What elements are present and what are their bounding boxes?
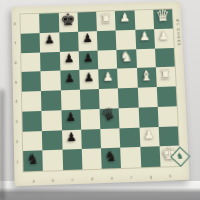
file-label-b: b [43,177,63,183]
square-h5[interactable]: ♜ [156,67,176,87]
board-grid: ♚♜♟♛♟♟♟♟♟♟♞♟♟♟♝♜♟♛♟♟♞♞♚ [20,9,179,171]
file-label-f: f [122,175,142,181]
square-d1[interactable] [82,149,102,170]
black-pawn[interactable]: ♟ [83,52,94,64]
black-queen[interactable]: ♛ [99,105,119,126]
square-g5[interactable]: ♝ [137,68,157,88]
square-f5[interactable] [117,68,137,88]
rank-label-3: 3 [15,112,18,132]
file-label-h: h [161,173,181,179]
square-b1[interactable] [43,150,63,171]
square-f6[interactable]: ♞ [117,49,137,69]
square-a1[interactable]: ♞ [23,151,43,172]
square-g2[interactable]: ♟ [139,127,159,148]
rank-label-5: 5 [15,72,18,92]
square-f7[interactable] [116,30,136,50]
square-h3[interactable] [157,106,177,126]
square-g4[interactable] [137,87,157,107]
black-knight[interactable]: ♞ [104,148,117,163]
square-h6[interactable] [155,47,175,67]
square-e2[interactable] [100,128,120,149]
white-pawn[interactable]: ♟ [143,128,154,141]
square-d2[interactable] [81,129,101,150]
white-rook[interactable]: ♜ [159,68,171,81]
square-a7[interactable] [21,33,40,53]
black-pawn[interactable]: ♟ [64,52,75,64]
white-queen[interactable]: ♛ [155,9,170,25]
square-b8[interactable] [39,13,58,33]
square-g7[interactable]: ♟ [135,29,155,49]
square-c3[interactable]: ♟ [61,109,81,130]
square-d3[interactable] [80,109,100,130]
square-d4[interactable] [80,89,100,109]
square-d6[interactable]: ♟ [78,50,98,70]
black-king[interactable]: ♚ [60,11,76,28]
square-h8[interactable]: ♛ [153,9,173,29]
square-f4[interactable] [118,88,138,108]
square-d8[interactable] [77,12,97,32]
square-b7[interactable]: ♟ [40,32,60,52]
square-e1[interactable]: ♞ [101,148,121,169]
square-f3[interactable] [119,107,139,128]
square-b6[interactable] [40,51,60,71]
white-pawn[interactable]: ♟ [139,30,150,42]
white-pawn[interactable]: ♟ [158,30,169,42]
black-pawn[interactable]: ♟ [66,131,77,144]
black-pawn[interactable]: ♟ [64,72,75,84]
square-c8[interactable]: ♚ [58,12,78,32]
rank-label-2: 2 [16,131,19,151]
square-b4[interactable] [41,90,61,110]
square-h4[interactable] [157,86,177,106]
square-c7[interactable] [59,32,79,52]
square-a4[interactable] [22,91,42,111]
square-c4[interactable] [60,90,80,110]
black-knight[interactable]: ♞ [27,151,40,166]
square-a6[interactable] [21,52,41,72]
square-e6[interactable] [98,49,118,69]
square-a5[interactable] [22,71,42,91]
square-b3[interactable] [42,110,62,131]
file-label-c: c [63,177,83,183]
square-f2[interactable] [120,127,140,148]
rank-label-6: 6 [14,53,17,72]
edge-shadow [0,90,4,200]
rank-label-1: 1 [16,151,19,171]
square-b5[interactable] [41,71,61,91]
knight-logo-icon: ♞ [177,153,185,161]
square-f8[interactable]: ♟ [115,11,135,31]
square-d7[interactable]: ♟ [78,31,98,51]
black-pawn[interactable]: ♟ [83,71,94,83]
rank-label-4: 4 [15,92,18,112]
square-g8[interactable] [134,10,154,30]
square-c1[interactable] [62,149,82,170]
square-g6[interactable] [136,48,156,68]
photo-stage: ♚♜♟♛♟♟♟♟♟♟♞♟♟♟♝♜♟♛♟♟♞♞♚ abcdefgh 8765432… [0,0,200,200]
rank-label-8: 8 [14,15,17,34]
square-c6[interactable]: ♟ [59,51,79,71]
square-f1[interactable] [120,147,140,168]
square-d5[interactable]: ♟ [79,69,99,89]
file-label-d: d [82,176,102,182]
square-e7[interactable] [97,30,117,50]
square-c2[interactable]: ♟ [62,129,82,150]
square-a8[interactable] [20,14,39,34]
file-label-e: e [102,175,122,181]
white-rook[interactable]: ♜ [100,12,112,25]
white-knight[interactable]: ♞ [120,49,133,63]
white-pawn[interactable]: ♟ [102,70,113,82]
rank-labels: 87654321 [14,15,19,172]
square-h7[interactable]: ♟ [154,28,174,48]
black-pawn[interactable]: ♟ [82,32,93,44]
square-e5[interactable]: ♟ [98,69,118,89]
square-c5[interactable]: ♟ [60,70,80,90]
board-brand-text: #1 CHESS [175,19,181,47]
file-label-a: a [24,178,44,184]
black-pawn[interactable]: ♟ [65,111,76,123]
square-e3[interactable]: ♛ [100,108,120,129]
white-bishop[interactable]: ♝ [140,68,153,82]
square-e8[interactable]: ♜ [96,11,116,31]
file-label-g: g [141,174,161,180]
square-g3[interactable] [138,107,158,128]
square-g1[interactable] [140,146,160,167]
square-a3[interactable] [22,111,42,132]
white-pawn[interactable]: ♟ [119,12,130,24]
square-a2[interactable] [23,131,43,152]
black-pawn[interactable]: ♟ [44,34,55,46]
rank-label-7: 7 [14,34,17,53]
chess-board: ♚♜♟♛♟♟♟♟♟♟♞♟♟♟♝♜♟♛♟♟♞♞♚ abcdefgh 8765432… [11,1,189,186]
square-b2[interactable] [42,130,62,151]
